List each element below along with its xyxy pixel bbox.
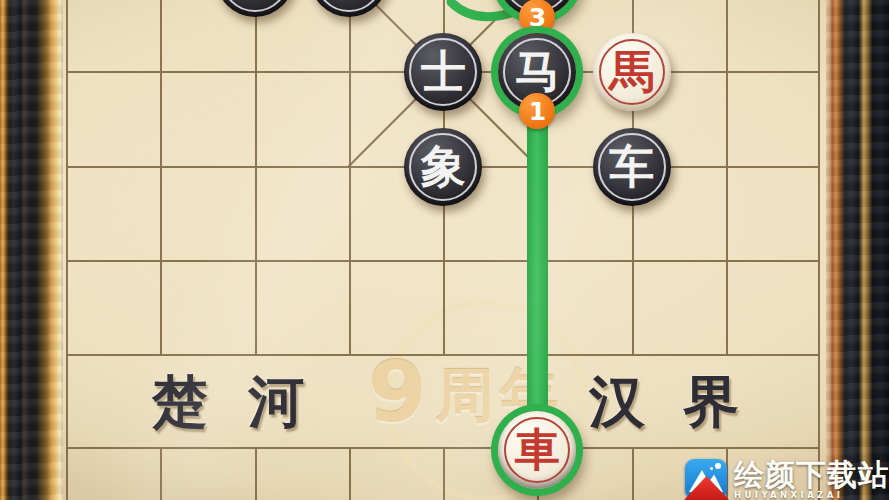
marker-corner xyxy=(143,173,155,185)
move-order-badge: 1 xyxy=(519,93,555,129)
marker-corner xyxy=(261,267,273,279)
marker-corner xyxy=(167,149,179,161)
piece-red-horse[interactable]: 馬 xyxy=(593,33,671,111)
piece-red-chariot[interactable]: 車 xyxy=(498,411,576,489)
piece-character: 士 xyxy=(421,33,466,111)
board-cell xyxy=(66,0,160,71)
board-cell xyxy=(255,71,349,166)
piece-black-horse[interactable]: 马1 xyxy=(498,33,576,111)
site-logo-icon xyxy=(685,459,727,499)
wood-frame-right xyxy=(826,0,889,500)
marker-corner xyxy=(73,267,85,279)
river-label-han-jie: 汉界 xyxy=(589,371,777,431)
marker-corner xyxy=(638,267,650,279)
site-logo: 绘颜下载站 HUIYANXIAZAI xyxy=(685,459,889,499)
marker-corner xyxy=(732,149,744,161)
mountain-icon xyxy=(683,476,730,500)
marker-corner xyxy=(708,173,720,185)
marker-corner xyxy=(73,243,85,255)
board-cell xyxy=(349,449,443,500)
piece-character: 車 xyxy=(515,411,560,489)
xiangqi-board-screenshot: 9 周年 楚河 汉界 3士马1馬象车車 绘颜下载站 HUIYANXIAZAI xyxy=(0,0,889,500)
move-path-arc xyxy=(443,0,517,26)
move-order-badge: 3 xyxy=(519,0,555,35)
site-logo-name: 绘颜下载站 xyxy=(734,460,889,490)
marker-corner xyxy=(732,173,744,185)
piece-character: 象 xyxy=(421,128,466,206)
marker-corner xyxy=(638,243,650,255)
marker-corner xyxy=(802,243,814,255)
river-label-chu-he: 楚河 xyxy=(152,371,344,431)
piece-black-advisor[interactable]: 士 xyxy=(404,33,482,111)
marker-corner xyxy=(425,267,437,279)
piece-black-chariot[interactable]: 车 xyxy=(593,128,671,206)
sparkle-icon xyxy=(710,467,713,470)
piece-character: 馬 xyxy=(609,33,654,111)
marker-corner xyxy=(143,149,155,161)
soldier-point-marker xyxy=(425,243,461,279)
cannon-point-marker xyxy=(143,149,179,185)
marker-corner xyxy=(449,243,461,255)
cannon-point-marker xyxy=(708,149,744,185)
piece-black-elephant[interactable]: 象 xyxy=(404,128,482,206)
marker-corner xyxy=(614,267,626,279)
marker-corner xyxy=(425,243,437,255)
move-path-line xyxy=(527,100,548,452)
marker-corner xyxy=(167,173,179,185)
board-cell xyxy=(726,0,820,71)
marker-corner xyxy=(237,267,249,279)
piece-character: 车 xyxy=(609,128,654,206)
marker-corner xyxy=(708,149,720,161)
soldier-point-marker xyxy=(237,243,273,279)
site-logo-romanized: HUIYANXIAZAI xyxy=(734,491,889,500)
marker-corner xyxy=(614,243,626,255)
wood-frame-left xyxy=(0,0,63,500)
marker-corner xyxy=(449,267,461,279)
board-cell xyxy=(255,449,349,500)
board-cell xyxy=(66,449,160,500)
marker-corner xyxy=(802,267,814,279)
soldier-point-marker xyxy=(614,243,650,279)
marker-corner xyxy=(261,243,273,255)
marker-corner xyxy=(237,243,249,255)
board-cell xyxy=(160,449,254,500)
sparkle-icon xyxy=(715,463,721,469)
